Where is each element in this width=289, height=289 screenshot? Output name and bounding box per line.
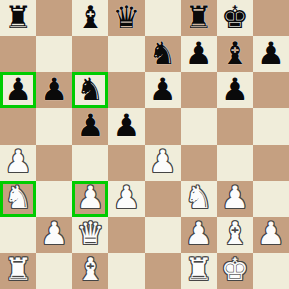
- square-g1[interactable]: ♚: [217, 253, 253, 289]
- square-e6[interactable]: ♟: [145, 72, 181, 108]
- piece-white-rook[interactable]: ♜: [185, 254, 213, 285]
- piece-black-pawn[interactable]: ♟: [257, 38, 285, 69]
- square-a7[interactable]: [0, 36, 36, 72]
- piece-white-pawn[interactable]: ♟: [113, 182, 141, 213]
- square-g6[interactable]: ♟: [217, 72, 253, 108]
- square-d2[interactable]: [108, 217, 144, 253]
- square-h3[interactable]: [253, 181, 289, 217]
- square-c2[interactable]: ♛: [72, 217, 108, 253]
- square-f7[interactable]: ♟: [181, 36, 217, 72]
- square-c7[interactable]: [72, 36, 108, 72]
- piece-white-rook[interactable]: ♜: [4, 254, 32, 285]
- square-f1[interactable]: ♜: [181, 253, 217, 289]
- square-g7[interactable]: ♝: [217, 36, 253, 72]
- square-g2[interactable]: ♝: [217, 217, 253, 253]
- square-h6[interactable]: [253, 72, 289, 108]
- square-g3[interactable]: ♟: [217, 181, 253, 217]
- piece-white-pawn[interactable]: ♟: [76, 182, 104, 213]
- piece-white-pawn[interactable]: ♟: [40, 218, 68, 249]
- piece-black-pawn[interactable]: ♟: [149, 74, 177, 105]
- square-e5[interactable]: [145, 108, 181, 144]
- square-f4[interactable]: [181, 145, 217, 181]
- square-e3[interactable]: [145, 181, 181, 217]
- piece-black-pawn[interactable]: ♟: [4, 74, 32, 105]
- square-g4[interactable]: [217, 145, 253, 181]
- square-c1[interactable]: ♝: [72, 253, 108, 289]
- square-h4[interactable]: [253, 145, 289, 181]
- square-b8[interactable]: [36, 0, 72, 36]
- square-d1[interactable]: [108, 253, 144, 289]
- square-f8[interactable]: ♜: [181, 0, 217, 36]
- square-b1[interactable]: [36, 253, 72, 289]
- piece-white-pawn[interactable]: ♟: [4, 146, 32, 177]
- square-f5[interactable]: [181, 108, 217, 144]
- piece-black-knight[interactable]: ♞: [149, 38, 177, 69]
- square-c6[interactable]: ♞: [72, 72, 108, 108]
- piece-white-pawn[interactable]: ♟: [221, 182, 249, 213]
- piece-black-pawn[interactable]: ♟: [40, 74, 68, 105]
- piece-black-queen[interactable]: ♛: [113, 2, 141, 33]
- square-a6[interactable]: ♟: [0, 72, 36, 108]
- square-e7[interactable]: ♞: [145, 36, 181, 72]
- square-f2[interactable]: ♟: [181, 217, 217, 253]
- square-h1[interactable]: [253, 253, 289, 289]
- square-h8[interactable]: [253, 0, 289, 36]
- square-d4[interactable]: [108, 145, 144, 181]
- piece-white-pawn[interactable]: ♟: [185, 218, 213, 249]
- square-e1[interactable]: [145, 253, 181, 289]
- square-e2[interactable]: [145, 217, 181, 253]
- piece-white-bishop[interactable]: ♝: [76, 254, 104, 285]
- square-b3[interactable]: [36, 181, 72, 217]
- piece-black-knight[interactable]: ♞: [76, 74, 104, 105]
- square-b7[interactable]: [36, 36, 72, 72]
- piece-black-pawn[interactable]: ♟: [113, 110, 141, 141]
- chess-board: ♜♝♛♜♚♞♟♝♟♟♟♞♟♟♟♟♟♟♞♟♟♞♟♟♛♟♝♟♜♝♜♚: [0, 0, 289, 289]
- square-e4[interactable]: ♟: [145, 145, 181, 181]
- piece-white-king[interactable]: ♚: [221, 254, 249, 285]
- square-c8[interactable]: ♝: [72, 0, 108, 36]
- piece-black-pawn[interactable]: ♟: [221, 74, 249, 105]
- piece-white-knight[interactable]: ♞: [185, 182, 213, 213]
- square-d3[interactable]: ♟: [108, 181, 144, 217]
- square-b6[interactable]: ♟: [36, 72, 72, 108]
- piece-black-pawn[interactable]: ♟: [76, 110, 104, 141]
- piece-black-pawn[interactable]: ♟: [185, 38, 213, 69]
- square-c5[interactable]: ♟: [72, 108, 108, 144]
- square-a5[interactable]: [0, 108, 36, 144]
- square-b4[interactable]: [36, 145, 72, 181]
- piece-black-bishop[interactable]: ♝: [76, 2, 104, 33]
- piece-white-queen[interactable]: ♛: [76, 218, 104, 249]
- square-e8[interactable]: [145, 0, 181, 36]
- square-b5[interactable]: [36, 108, 72, 144]
- square-c4[interactable]: [72, 145, 108, 181]
- square-h2[interactable]: ♟: [253, 217, 289, 253]
- square-a2[interactable]: [0, 217, 36, 253]
- piece-black-bishop[interactable]: ♝: [221, 38, 249, 69]
- square-d7[interactable]: [108, 36, 144, 72]
- piece-white-pawn[interactable]: ♟: [149, 146, 177, 177]
- square-d5[interactable]: ♟: [108, 108, 144, 144]
- square-b2[interactable]: ♟: [36, 217, 72, 253]
- square-g5[interactable]: [217, 108, 253, 144]
- square-a4[interactable]: ♟: [0, 145, 36, 181]
- square-a8[interactable]: ♜: [0, 0, 36, 36]
- square-a1[interactable]: ♜: [0, 253, 36, 289]
- square-d6[interactable]: [108, 72, 144, 108]
- square-c3[interactable]: ♟: [72, 181, 108, 217]
- square-h5[interactable]: [253, 108, 289, 144]
- piece-black-rook[interactable]: ♜: [4, 2, 32, 33]
- square-d8[interactable]: ♛: [108, 0, 144, 36]
- piece-black-rook[interactable]: ♜: [185, 2, 213, 33]
- piece-black-king[interactable]: ♚: [221, 2, 249, 33]
- square-a3[interactable]: ♞: [0, 181, 36, 217]
- piece-white-knight[interactable]: ♞: [4, 182, 32, 213]
- square-f6[interactable]: [181, 72, 217, 108]
- chess-board-frame: ♜♝♛♜♚♞♟♝♟♟♟♞♟♟♟♟♟♟♞♟♟♞♟♟♛♟♝♟♜♝♜♚: [0, 0, 289, 289]
- square-f3[interactable]: ♞: [181, 181, 217, 217]
- square-h7[interactable]: ♟: [253, 36, 289, 72]
- square-g8[interactable]: ♚: [217, 0, 253, 36]
- piece-white-bishop[interactable]: ♝: [221, 218, 249, 249]
- piece-white-pawn[interactable]: ♟: [257, 218, 285, 249]
